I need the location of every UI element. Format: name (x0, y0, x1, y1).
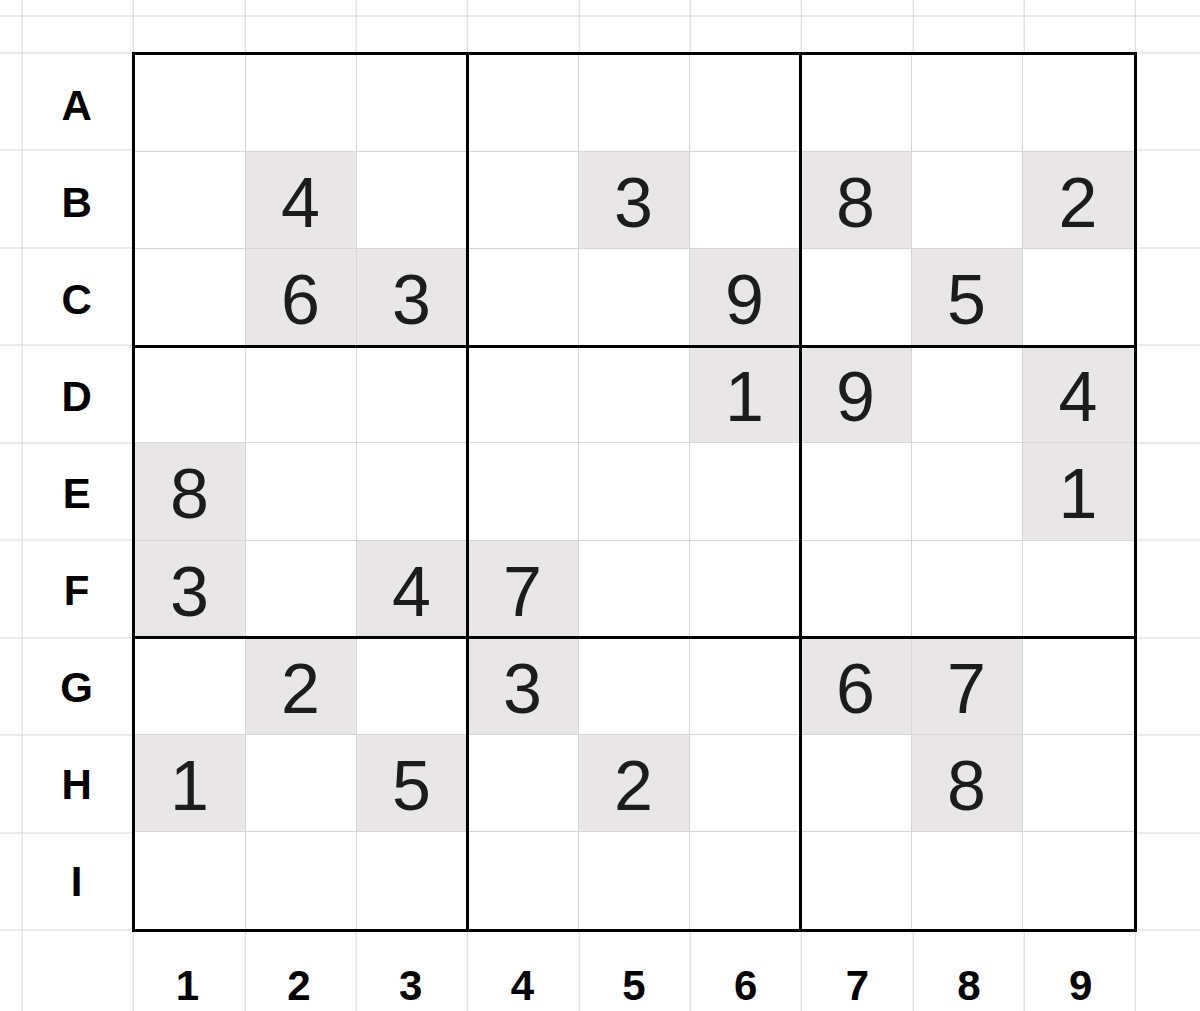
cell-B2[interactable]: 4 (246, 152, 357, 249)
row-label-B: B (22, 152, 132, 249)
cell-D3[interactable] (357, 346, 468, 443)
cell-A6[interactable] (690, 55, 801, 152)
cell-C2[interactable]: 6 (246, 249, 357, 346)
cell-A8[interactable] (912, 55, 1023, 152)
cell-D7[interactable]: 9 (801, 346, 912, 443)
cell-E8[interactable] (912, 443, 1023, 540)
cell-B6[interactable] (690, 152, 801, 249)
cell-F1[interactable]: 3 (135, 541, 246, 638)
cell-G9[interactable] (1023, 638, 1134, 735)
cell-F8[interactable] (912, 541, 1023, 638)
cell-C1[interactable] (135, 249, 246, 346)
cell-I6[interactable] (690, 832, 801, 929)
cell-E2[interactable] (246, 443, 357, 540)
cell-E6[interactable] (690, 443, 801, 540)
cell-I7[interactable] (801, 832, 912, 929)
box-border-horizontal-2 (135, 636, 1134, 639)
cell-A4[interactable] (468, 55, 579, 152)
page: ABCDEFGHI 438263951948134723671528 12345… (0, 0, 1200, 1011)
cell-B8[interactable] (912, 152, 1023, 249)
cell-I2[interactable] (246, 832, 357, 929)
cell-B5[interactable]: 3 (579, 152, 690, 249)
cell-A2[interactable] (246, 55, 357, 152)
cell-E5[interactable] (579, 443, 690, 540)
cell-H2[interactable] (246, 735, 357, 832)
col-label-3: 3 (355, 931, 467, 1011)
row-labels: ABCDEFGHI (22, 55, 132, 929)
cell-I3[interactable] (357, 832, 468, 929)
cell-A9[interactable] (1023, 55, 1134, 152)
cell-G6[interactable] (690, 638, 801, 735)
cell-B4[interactable] (468, 152, 579, 249)
col-label-9: 9 (1025, 931, 1137, 1011)
cell-H4[interactable] (468, 735, 579, 832)
cell-F3[interactable]: 4 (357, 541, 468, 638)
row-label-C: C (22, 249, 132, 346)
cell-A7[interactable] (801, 55, 912, 152)
cell-F7[interactable] (801, 541, 912, 638)
cell-D5[interactable] (579, 346, 690, 443)
cell-B9[interactable]: 2 (1023, 152, 1134, 249)
box-border-vertical-1 (466, 55, 469, 929)
row-label-I: I (22, 832, 132, 929)
cell-E3[interactable] (357, 443, 468, 540)
cell-I1[interactable] (135, 832, 246, 929)
row-label-G: G (22, 638, 132, 735)
cell-H7[interactable] (801, 735, 912, 832)
cell-A3[interactable] (357, 55, 468, 152)
cell-C8[interactable]: 5 (912, 249, 1023, 346)
box-border-vertical-2 (799, 55, 802, 929)
cell-E4[interactable] (468, 443, 579, 540)
cell-H5[interactable]: 2 (579, 735, 690, 832)
cell-D9[interactable]: 4 (1023, 346, 1134, 443)
cell-I9[interactable] (1023, 832, 1134, 929)
row-label-H: H (22, 735, 132, 832)
cell-I4[interactable] (468, 832, 579, 929)
cell-G5[interactable] (579, 638, 690, 735)
cell-H9[interactable] (1023, 735, 1134, 832)
col-label-5: 5 (578, 931, 690, 1011)
cell-D8[interactable] (912, 346, 1023, 443)
box-border-horizontal-1 (135, 345, 1134, 348)
cell-E9[interactable]: 1 (1023, 443, 1134, 540)
cell-G4[interactable]: 3 (468, 638, 579, 735)
cell-F4[interactable]: 7 (468, 541, 579, 638)
cell-C3[interactable]: 3 (357, 249, 468, 346)
cell-B7[interactable]: 8 (801, 152, 912, 249)
col-label-8: 8 (913, 931, 1025, 1011)
cell-F2[interactable] (246, 541, 357, 638)
cell-I5[interactable] (579, 832, 690, 929)
row-label-F: F (22, 541, 132, 638)
cell-F6[interactable] (690, 541, 801, 638)
cell-G2[interactable]: 2 (246, 638, 357, 735)
col-label-4: 4 (466, 931, 578, 1011)
cell-A5[interactable] (579, 55, 690, 152)
col-label-1: 1 (132, 931, 244, 1011)
cell-H1[interactable]: 1 (135, 735, 246, 832)
cell-F5[interactable] (579, 541, 690, 638)
cell-C6[interactable]: 9 (690, 249, 801, 346)
cell-B1[interactable] (135, 152, 246, 249)
cell-E1[interactable]: 8 (135, 443, 246, 540)
cell-B3[interactable] (357, 152, 468, 249)
cell-F9[interactable] (1023, 541, 1134, 638)
col-label-7: 7 (801, 931, 913, 1011)
row-label-A: A (22, 55, 132, 152)
col-label-2: 2 (243, 931, 355, 1011)
cell-G7[interactable]: 6 (801, 638, 912, 735)
cell-I8[interactable] (912, 832, 1023, 929)
row-label-D: D (22, 346, 132, 443)
cell-G1[interactable] (135, 638, 246, 735)
cell-D2[interactable] (246, 346, 357, 443)
cell-C7[interactable] (801, 249, 912, 346)
sudoku-grid: 438263951948134723671528 (135, 55, 1134, 929)
col-label-6: 6 (690, 931, 802, 1011)
cell-D4[interactable] (468, 346, 579, 443)
cell-G3[interactable] (357, 638, 468, 735)
cell-H8[interactable]: 8 (912, 735, 1023, 832)
cell-H3[interactable]: 5 (357, 735, 468, 832)
cell-A1[interactable] (135, 55, 246, 152)
sudoku-board: 438263951948134723671528 (132, 52, 1137, 932)
cell-D1[interactable] (135, 346, 246, 443)
cell-C5[interactable] (579, 249, 690, 346)
cell-D6[interactable]: 1 (690, 346, 801, 443)
cell-C9[interactable] (1023, 249, 1134, 346)
cell-G8[interactable]: 7 (912, 638, 1023, 735)
row-label-E: E (22, 443, 132, 540)
col-labels: 123456789 (132, 931, 1137, 1011)
cell-C4[interactable] (468, 249, 579, 346)
cell-H6[interactable] (690, 735, 801, 832)
cell-E7[interactable] (801, 443, 912, 540)
